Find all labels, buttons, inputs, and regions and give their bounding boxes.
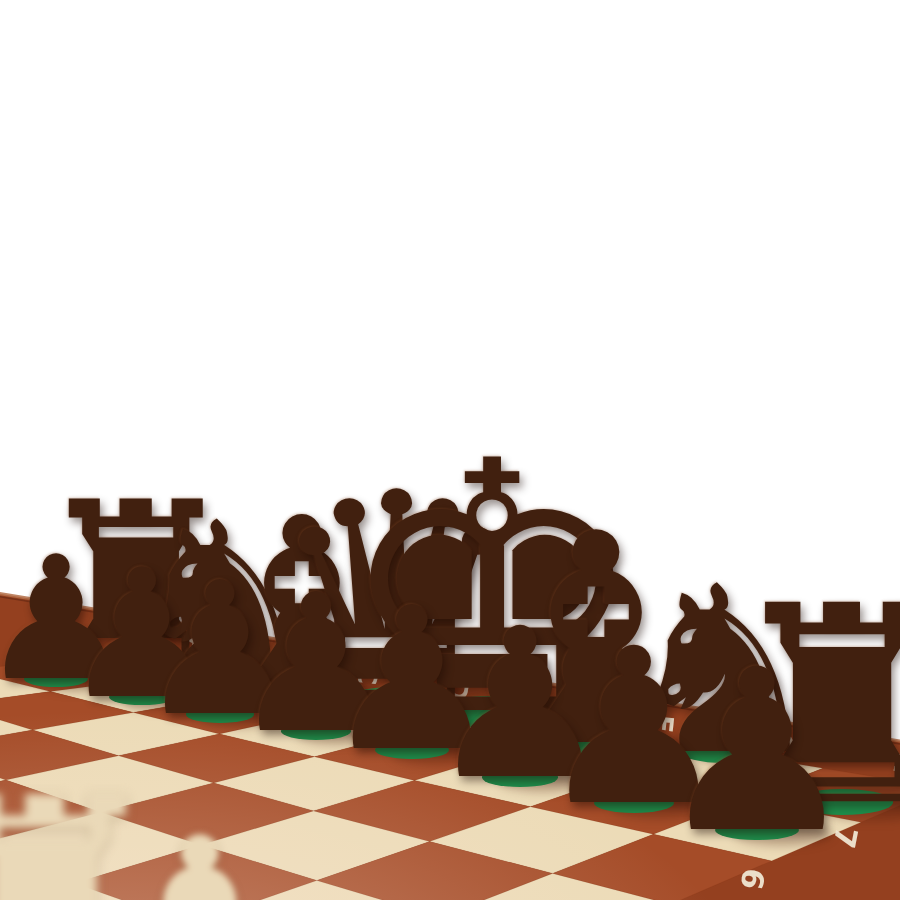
pieces-layer: ♜♞♝♛♚♝♞♜♟♟♟♟♟♟♟♟♜♟ <box>0 0 900 900</box>
piece-white-pawn-h3: ♟ <box>95 807 306 900</box>
piece-black-pawn-h7: ♟ <box>657 640 858 864</box>
chess-set-photo: ABCDEFGH87654321 ♜♞♝♛♚♝♞♜♟♟♟♟♟♟♟♟♜♟ Wood… <box>0 0 900 900</box>
